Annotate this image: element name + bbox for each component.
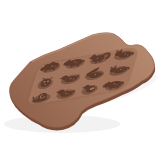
mold-illustration bbox=[0, 0, 160, 160]
product-photo bbox=[0, 0, 160, 160]
